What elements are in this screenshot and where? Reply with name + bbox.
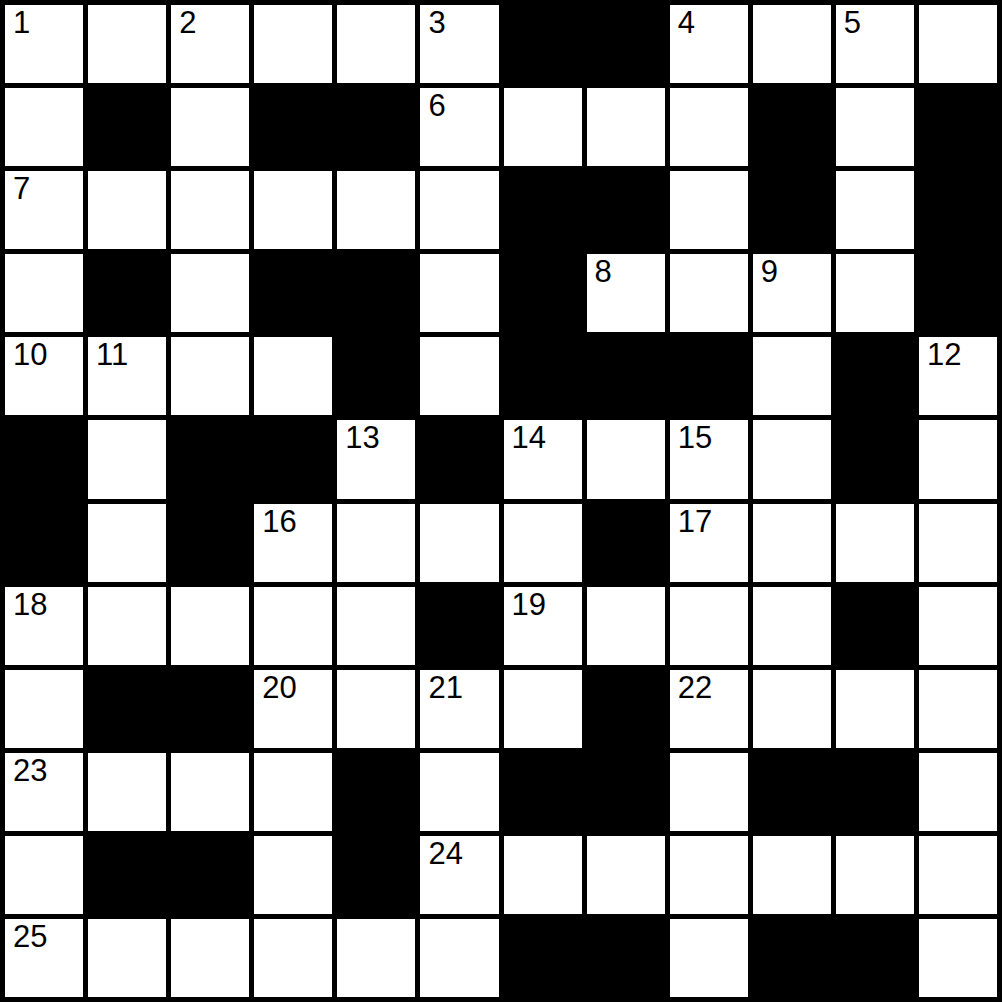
clue-number: 4 — [678, 6, 695, 40]
white-cell-r4c11[interactable] — [836, 254, 914, 332]
black-cell-r3c7 — [504, 171, 582, 249]
black-cell-r3c10 — [753, 171, 831, 249]
black-cell-r7c8 — [587, 504, 665, 582]
white-cell-r2c9[interactable] — [670, 88, 748, 166]
white-cell-r11c7[interactable] — [504, 836, 582, 914]
white-cell-r2c6[interactable]: 6 — [420, 88, 498, 166]
black-cell-r6c1 — [5, 420, 83, 498]
clue-number: 13 — [345, 421, 379, 455]
white-cell-r6c12[interactable] — [919, 420, 997, 498]
white-cell-r6c8[interactable] — [587, 420, 665, 498]
black-cell-r6c6 — [420, 420, 498, 498]
white-cell-r11c12[interactable] — [919, 836, 997, 914]
white-cell-r7c12[interactable] — [919, 504, 997, 582]
white-cell-r5c2[interactable]: 11 — [88, 337, 166, 415]
black-cell-r5c5 — [337, 337, 415, 415]
black-cell-r2c12 — [919, 88, 997, 166]
white-cell-r9c12[interactable] — [919, 670, 997, 748]
white-cell-r4c9[interactable] — [670, 254, 748, 332]
white-cell-r3c4[interactable] — [254, 171, 332, 249]
white-cell-r12c12[interactable] — [919, 919, 997, 997]
white-cell-r2c3[interactable] — [171, 88, 249, 166]
clue-number: 10 — [13, 338, 47, 372]
white-cell-r4c10[interactable]: 9 — [753, 254, 831, 332]
white-cell-r1c5[interactable] — [337, 5, 415, 83]
clue-number: 7 — [13, 172, 30, 206]
black-cell-r6c4 — [254, 420, 332, 498]
white-cell-r8c8[interactable] — [587, 587, 665, 665]
white-cell-r5c12[interactable]: 12 — [919, 337, 997, 415]
white-cell-r9c4[interactable]: 20 — [254, 670, 332, 748]
white-cell-r9c7[interactable] — [504, 670, 582, 748]
black-cell-r2c10 — [753, 88, 831, 166]
white-cell-r4c8[interactable]: 8 — [587, 254, 665, 332]
white-cell-r11c9[interactable] — [670, 836, 748, 914]
clue-number: 6 — [428, 89, 445, 123]
white-cell-r9c6[interactable]: 21 — [420, 670, 498, 748]
clue-number: 16 — [262, 505, 296, 539]
clue-number: 11 — [96, 338, 128, 372]
white-cell-r4c6[interactable] — [420, 254, 498, 332]
white-cell-r4c1[interactable] — [5, 254, 83, 332]
black-cell-r4c5 — [337, 254, 415, 332]
white-cell-r10c12[interactable] — [919, 753, 997, 831]
clue-number: 5 — [844, 6, 861, 40]
white-cell-r11c6[interactable]: 24 — [420, 836, 498, 914]
white-cell-r1c12[interactable] — [919, 5, 997, 83]
black-cell-r6c11 — [836, 420, 914, 498]
clue-number: 24 — [428, 837, 462, 871]
clue-number: 17 — [678, 505, 712, 539]
white-cell-r12c1[interactable]: 25 — [5, 919, 83, 997]
white-cell-r3c9[interactable] — [670, 171, 748, 249]
white-cell-r7c7[interactable] — [504, 504, 582, 582]
white-cell-r9c10[interactable] — [753, 670, 831, 748]
white-cell-r1c6[interactable]: 3 — [420, 5, 498, 83]
clue-number: 8 — [595, 255, 612, 289]
white-cell-r5c4[interactable] — [254, 337, 332, 415]
black-cell-r1c8 — [587, 5, 665, 83]
clue-number: 2 — [179, 6, 196, 40]
white-cell-r7c2[interactable] — [88, 504, 166, 582]
white-cell-r8c1[interactable]: 18 — [5, 587, 83, 665]
white-cell-r7c6[interactable] — [420, 504, 498, 582]
white-cell-r3c3[interactable] — [171, 171, 249, 249]
white-cell-r12c4[interactable] — [254, 919, 332, 997]
white-cell-r1c9[interactable]: 4 — [670, 5, 748, 83]
black-cell-r6c3 — [171, 420, 249, 498]
white-cell-r9c5[interactable] — [337, 670, 415, 748]
black-cell-r4c2 — [88, 254, 166, 332]
black-cell-r12c8 — [587, 919, 665, 997]
white-cell-r10c2[interactable] — [88, 753, 166, 831]
white-cell-r3c11[interactable] — [836, 171, 914, 249]
white-cell-r7c5[interactable] — [337, 504, 415, 582]
black-cell-r11c3 — [171, 836, 249, 914]
black-cell-r11c5 — [337, 836, 415, 914]
white-cell-r5c6[interactable] — [420, 337, 498, 415]
white-cell-r9c9[interactable]: 22 — [670, 670, 748, 748]
crossword-board: 1234567891011121314151617181920212223242… — [0, 0, 1002, 1002]
white-cell-r8c5[interactable] — [337, 587, 415, 665]
white-cell-r5c10[interactable] — [753, 337, 831, 415]
black-cell-r10c8 — [587, 753, 665, 831]
white-cell-r11c11[interactable] — [836, 836, 914, 914]
black-cell-r2c2 — [88, 88, 166, 166]
white-cell-r4c3[interactable] — [171, 254, 249, 332]
black-cell-r5c9 — [670, 337, 748, 415]
clue-number: 23 — [13, 754, 47, 788]
black-cell-r3c8 — [587, 171, 665, 249]
clue-number: 19 — [512, 588, 546, 622]
white-cell-r7c11[interactable] — [836, 504, 914, 582]
white-cell-r11c1[interactable] — [5, 836, 83, 914]
white-cell-r3c5[interactable] — [337, 171, 415, 249]
black-cell-r9c2 — [88, 670, 166, 748]
white-cell-r10c1[interactable]: 23 — [5, 753, 83, 831]
clue-number: 9 — [761, 255, 778, 289]
white-cell-r8c4[interactable] — [254, 587, 332, 665]
white-cell-r10c9[interactable] — [670, 753, 748, 831]
black-cell-r7c1 — [5, 504, 83, 582]
white-cell-r3c2[interactable] — [88, 171, 166, 249]
white-cell-r11c10[interactable] — [753, 836, 831, 914]
white-cell-r5c3[interactable] — [171, 337, 249, 415]
white-cell-r6c2[interactable] — [88, 420, 166, 498]
black-cell-r5c7 — [504, 337, 582, 415]
clue-number: 15 — [678, 421, 712, 455]
black-cell-r12c7 — [504, 919, 582, 997]
black-cell-r1c7 — [504, 5, 582, 83]
black-cell-r5c8 — [587, 337, 665, 415]
white-cell-r8c12[interactable] — [919, 587, 997, 665]
white-cell-r8c10[interactable] — [753, 587, 831, 665]
white-cell-r1c3[interactable]: 2 — [171, 5, 249, 83]
clue-number: 22 — [678, 671, 712, 705]
black-cell-r8c11 — [836, 587, 914, 665]
black-cell-r11c2 — [88, 836, 166, 914]
white-cell-r8c9[interactable] — [670, 587, 748, 665]
black-cell-r5c11 — [836, 337, 914, 415]
black-cell-r7c3 — [171, 504, 249, 582]
clue-number: 3 — [428, 6, 445, 40]
white-cell-r2c1[interactable] — [5, 88, 83, 166]
white-cell-r10c3[interactable] — [171, 753, 249, 831]
black-cell-r4c4 — [254, 254, 332, 332]
white-cell-r1c1[interactable]: 1 — [5, 5, 83, 83]
black-cell-r9c8 — [587, 670, 665, 748]
black-cell-r9c3 — [171, 670, 249, 748]
black-cell-r4c12 — [919, 254, 997, 332]
white-cell-r2c7[interactable] — [504, 88, 582, 166]
black-cell-r8c6 — [420, 587, 498, 665]
white-cell-r5c1[interactable]: 10 — [5, 337, 83, 415]
white-cell-r12c9[interactable] — [670, 919, 748, 997]
clue-number: 25 — [13, 920, 47, 954]
black-cell-r2c5 — [337, 88, 415, 166]
black-cell-r12c11 — [836, 919, 914, 997]
black-cell-r10c5 — [337, 753, 415, 831]
white-cell-r1c11[interactable]: 5 — [836, 5, 914, 83]
white-cell-r7c10[interactable] — [753, 504, 831, 582]
white-cell-r11c8[interactable] — [587, 836, 665, 914]
clue-number: 1 — [13, 6, 30, 40]
white-cell-r12c2[interactable] — [88, 919, 166, 997]
white-cell-r3c1[interactable]: 7 — [5, 171, 83, 249]
clue-number: 12 — [927, 338, 961, 372]
white-cell-r1c4[interactable] — [254, 5, 332, 83]
clue-number: 14 — [512, 421, 546, 455]
white-cell-r10c4[interactable] — [254, 753, 332, 831]
clue-number: 18 — [13, 588, 47, 622]
black-cell-r2c4 — [254, 88, 332, 166]
clue-number: 21 — [428, 671, 462, 705]
white-cell-r9c11[interactable] — [836, 670, 914, 748]
white-cell-r8c3[interactable] — [171, 587, 249, 665]
white-cell-r2c11[interactable] — [836, 88, 914, 166]
white-cell-r7c9[interactable]: 17 — [670, 504, 748, 582]
white-cell-r12c5[interactable] — [337, 919, 415, 997]
white-cell-r1c10[interactable] — [753, 5, 831, 83]
white-cell-r12c3[interactable] — [171, 919, 249, 997]
crossword-puzzle: 1234567891011121314151617181920212223242… — [0, 0, 1002, 1002]
white-cell-r6c7[interactable]: 14 — [504, 420, 582, 498]
black-cell-r4c7 — [504, 254, 582, 332]
black-cell-r3c12 — [919, 171, 997, 249]
white-cell-r6c10[interactable] — [753, 420, 831, 498]
white-cell-r1c2[interactable] — [88, 5, 166, 83]
black-cell-r10c10 — [753, 753, 831, 831]
black-cell-r12c10 — [753, 919, 831, 997]
white-cell-r10c6[interactable] — [420, 753, 498, 831]
black-cell-r10c11 — [836, 753, 914, 831]
white-cell-r9c1[interactable] — [5, 670, 83, 748]
white-cell-r8c2[interactable] — [88, 587, 166, 665]
white-cell-r12c6[interactable] — [420, 919, 498, 997]
black-cell-r10c7 — [504, 753, 582, 831]
white-cell-r7c4[interactable]: 16 — [254, 504, 332, 582]
clue-number: 20 — [262, 671, 296, 705]
white-cell-r11c4[interactable] — [254, 836, 332, 914]
white-cell-r6c5[interactable]: 13 — [337, 420, 415, 498]
white-cell-r2c8[interactable] — [587, 88, 665, 166]
white-cell-r3c6[interactable] — [420, 171, 498, 249]
white-cell-r6c9[interactable]: 15 — [670, 420, 748, 498]
white-cell-r8c7[interactable]: 19 — [504, 587, 582, 665]
